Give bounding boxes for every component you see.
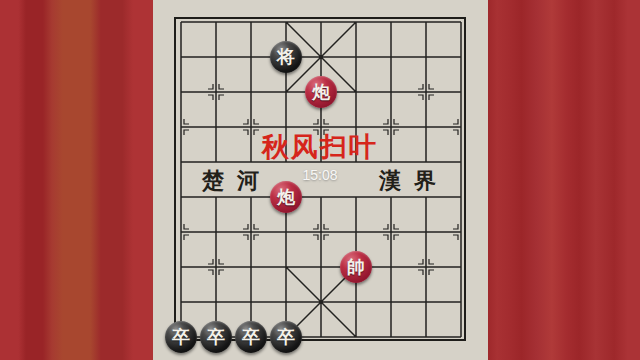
- piece-black-soldier-1[interactable]: 卒: [165, 321, 197, 353]
- piece-red-cannon-river[interactable]: 炮: [270, 181, 302, 213]
- video-frame: 楚河 漢界 将炮炮帥卒卒卒卒 秋风扫叶 15:08: [0, 0, 640, 360]
- piece-black-soldier-3[interactable]: 卒: [235, 321, 267, 353]
- piece-black-soldier-2[interactable]: 卒: [200, 321, 232, 353]
- piece-red-cannon-top[interactable]: 炮: [305, 76, 337, 108]
- puzzle-title: 秋风扫叶: [0, 129, 640, 165]
- video-timestamp: 15:08: [0, 167, 640, 183]
- piece-black-general[interactable]: 将: [270, 41, 302, 73]
- piece-red-general[interactable]: 帥: [340, 251, 372, 283]
- piece-black-soldier-4[interactable]: 卒: [270, 321, 302, 353]
